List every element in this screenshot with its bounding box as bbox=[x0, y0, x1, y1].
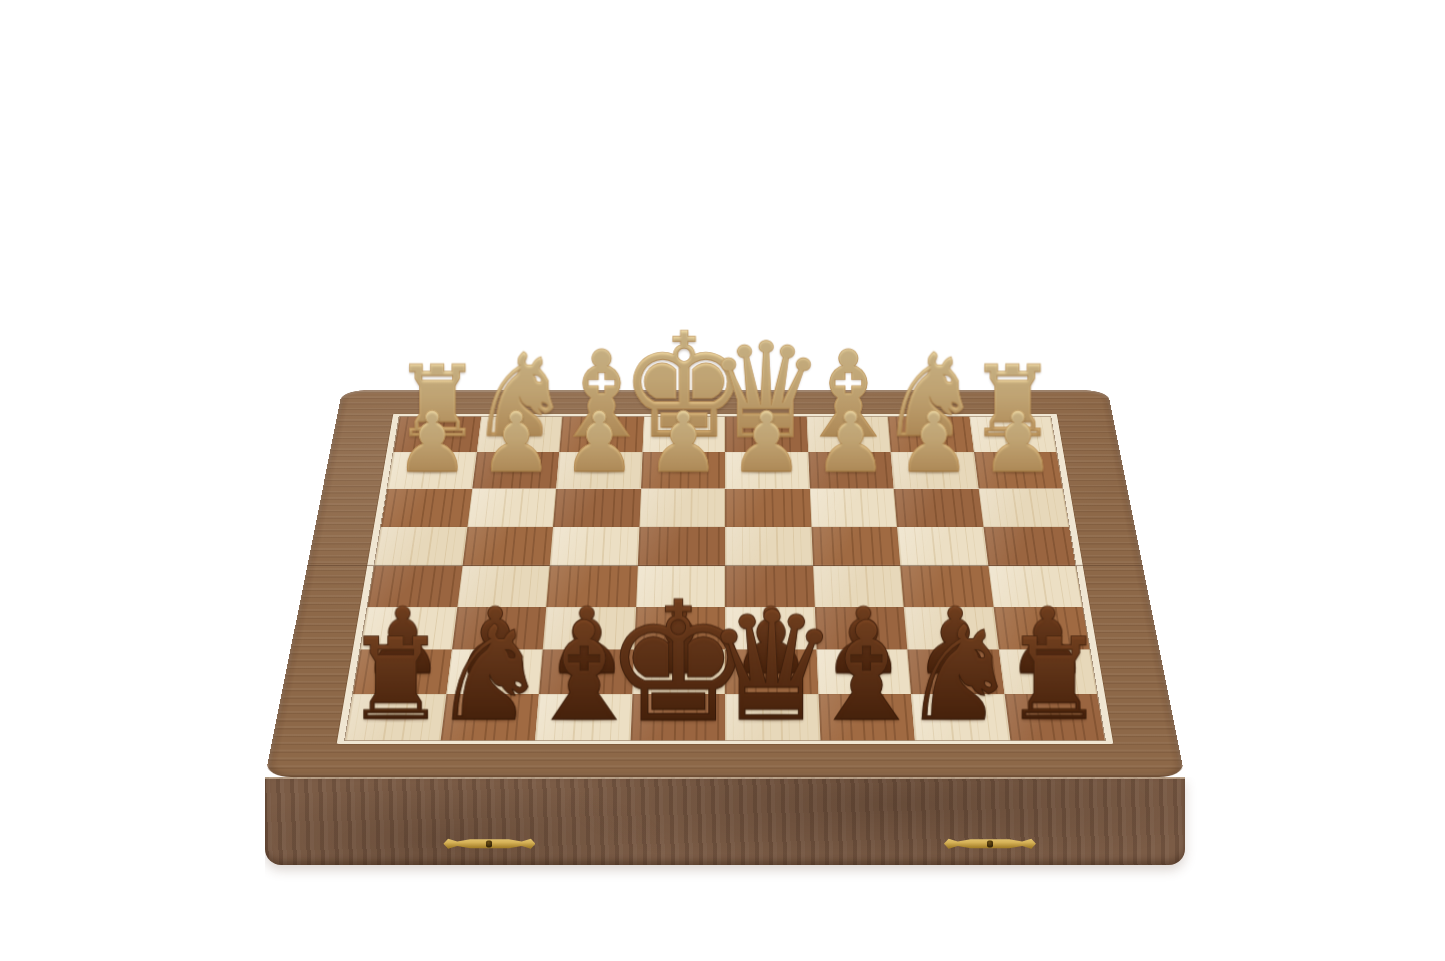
board-grid: ♜♞♝♚♛♝♞♜♟♟♟♟♟♟♟♟♟♟♟♟♟♟♟♟♜♞♝♚♛♝♞♜ bbox=[345, 417, 1105, 741]
square-a3[interactable] bbox=[978, 489, 1069, 527]
square-h2[interactable]: ♟ bbox=[387, 452, 476, 489]
square-g2[interactable]: ♟ bbox=[472, 452, 559, 489]
square-c3[interactable] bbox=[809, 489, 897, 527]
square-e3[interactable] bbox=[639, 489, 725, 527]
square-d4[interactable] bbox=[725, 527, 813, 566]
brass-latch-right bbox=[944, 836, 1036, 852]
square-d2[interactable]: ♟ bbox=[725, 452, 809, 489]
square-g4[interactable] bbox=[462, 527, 553, 566]
product-photo-scene: ♜♞♝♚♛♝♞♜♟♟♟♟♟♟♟♟♟♟♟♟♟♟♟♟♜♞♝♚♛♝♞♜ bbox=[0, 0, 1445, 961]
square-f3[interactable] bbox=[553, 489, 641, 527]
square-a8[interactable]: ♜ bbox=[1004, 694, 1105, 740]
square-a4[interactable] bbox=[983, 527, 1076, 566]
square-e4[interactable] bbox=[637, 527, 725, 566]
square-e2[interactable]: ♟ bbox=[641, 452, 725, 489]
square-b2[interactable]: ♟ bbox=[891, 452, 978, 489]
square-c2[interactable]: ♟ bbox=[808, 452, 894, 489]
square-d3[interactable] bbox=[725, 489, 811, 527]
piece-black-rook[interactable]: ♜ bbox=[1003, 623, 1104, 736]
square-b8[interactable]: ♞ bbox=[911, 694, 1010, 740]
square-b4[interactable] bbox=[897, 527, 988, 566]
chess-board-box: ♜♞♝♚♛♝♞♜♟♟♟♟♟♟♟♟♟♟♟♟♟♟♟♟♜♞♝♚♛♝♞♜ bbox=[265, 390, 1185, 777]
square-h4[interactable] bbox=[374, 527, 467, 566]
square-f4[interactable] bbox=[550, 527, 639, 566]
perspective-layer: ♜♞♝♚♛♝♞♜♟♟♟♟♟♟♟♟♟♟♟♟♟♟♟♟♜♞♝♚♛♝♞♜ bbox=[0, 0, 1445, 961]
square-g3[interactable] bbox=[467, 489, 556, 527]
square-c4[interactable] bbox=[811, 527, 900, 566]
square-b3[interactable] bbox=[894, 489, 983, 527]
latch-pin bbox=[486, 840, 492, 847]
square-f2[interactable]: ♟ bbox=[556, 452, 642, 489]
brass-latch-left bbox=[443, 836, 535, 852]
square-a2[interactable]: ♟ bbox=[974, 452, 1063, 489]
latch-pin bbox=[987, 840, 993, 847]
box-front-face bbox=[265, 777, 1185, 865]
square-h3[interactable] bbox=[381, 489, 472, 527]
